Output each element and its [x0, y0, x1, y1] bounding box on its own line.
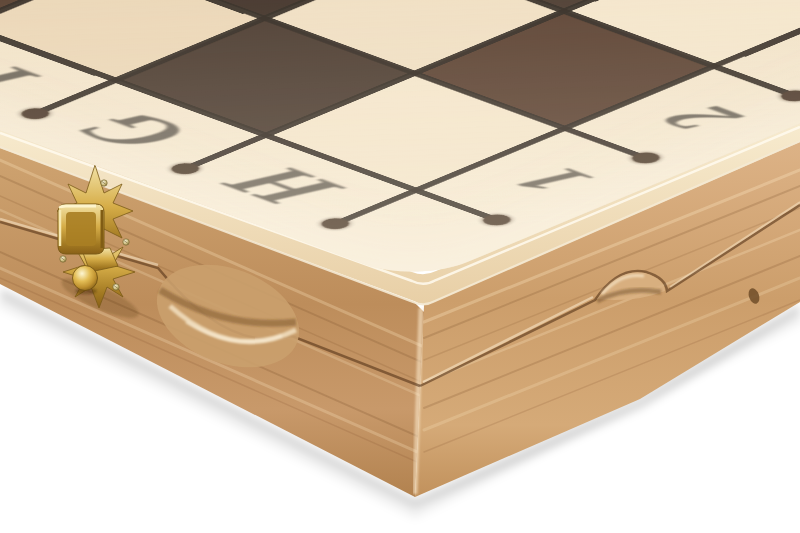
- chess-box-photo: ABCDEFGH12345678: [0, 0, 800, 533]
- clasp-knob: [73, 266, 98, 291]
